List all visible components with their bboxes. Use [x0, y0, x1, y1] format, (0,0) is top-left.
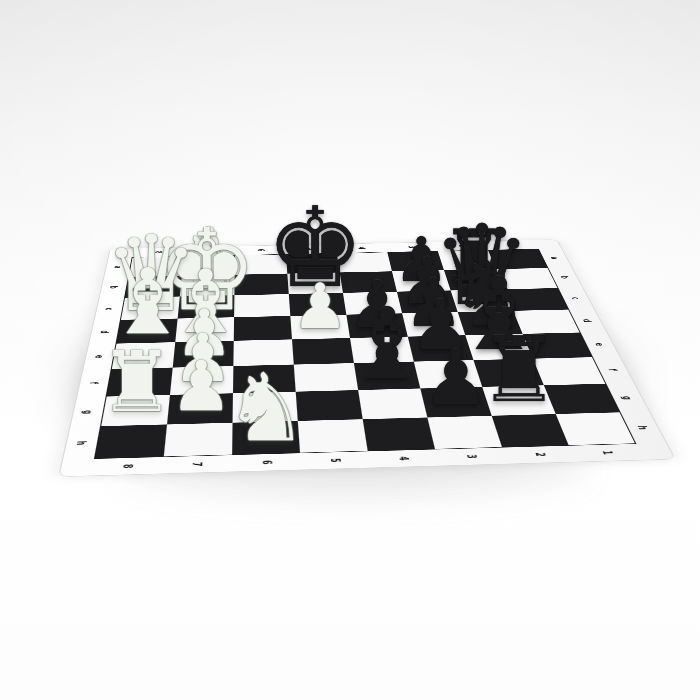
- piece-black-rook-g2[interactable]: ♜: [479, 327, 559, 417]
- square-center-marker: [595, 428, 596, 429]
- square-center-marker: [332, 436, 333, 437]
- square-center-marker: [199, 439, 200, 440]
- piece-white-pawn-d5[interactable]: ♟: [292, 276, 348, 339]
- square-center-marker: [132, 441, 133, 442]
- square-e1[interactable]: [363, 417, 435, 450]
- square-d1[interactable]: [298, 419, 368, 452]
- piece-white-rook-a2[interactable]: ♜: [99, 342, 174, 426]
- square-h1[interactable]: [556, 412, 635, 445]
- piece-black-bishop-e3[interactable]: ♝: [343, 295, 431, 393]
- piece-white-pawn-b2[interactable]: ♟: [170, 352, 232, 421]
- square-center-marker: [464, 432, 465, 433]
- piece-black-pawn-f2[interactable]: ♟: [422, 341, 489, 416]
- chess-photo-scene: 87654321 87654321 abcdefgh abcdefgh ♟♞♚♟…: [0, 0, 700, 700]
- piece-white-knight-c1[interactable]: ♞: [224, 361, 308, 455]
- square-center-marker: [529, 430, 530, 431]
- square-center-marker: [329, 405, 330, 406]
- square-center-marker: [398, 434, 399, 435]
